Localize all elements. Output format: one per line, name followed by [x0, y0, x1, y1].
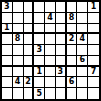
cell-r9c8[interactable] [77, 88, 88, 99]
cell-r3c7[interactable] [67, 24, 78, 35]
cell-r5c7[interactable] [67, 45, 78, 56]
cell-r8c6[interactable] [56, 77, 67, 88]
cell-r8c7[interactable]: 6 [67, 77, 78, 88]
cell-r9c6[interactable] [56, 88, 67, 99]
cell-r2c8[interactable] [77, 13, 88, 24]
cell-r1c7[interactable] [67, 2, 78, 13]
cell-r3c9[interactable] [88, 24, 99, 35]
cell-r4c1[interactable] [2, 34, 13, 45]
cell-r5c8[interactable] [77, 45, 88, 56]
cell-r5c6[interactable] [56, 45, 67, 56]
cell-r5c1[interactable] [2, 45, 13, 56]
cell-r9c3[interactable] [24, 88, 35, 99]
cell-r1c9[interactable]: 1 [88, 2, 99, 13]
cell-r8c5[interactable] [45, 77, 56, 88]
cell-r1c2[interactable] [13, 2, 24, 13]
cell-r6c4[interactable] [34, 56, 45, 67]
cell-r5c4[interactable]: 3 [34, 45, 45, 56]
cell-r2c9[interactable] [88, 13, 99, 24]
cell-r4c7[interactable]: 2 [67, 34, 78, 45]
cell-r7c1[interactable] [2, 67, 13, 78]
cell-r8c2[interactable]: 4 [13, 77, 24, 88]
cell-r6c2[interactable] [13, 56, 24, 67]
cell-r6c3[interactable] [24, 56, 35, 67]
cell-r2c1[interactable] [2, 13, 13, 24]
cell-r8c3[interactable]: 2 [24, 77, 35, 88]
cell-r8c8[interactable] [77, 77, 88, 88]
cell-r7c7[interactable] [67, 67, 78, 78]
cell-r4c4[interactable] [34, 34, 45, 45]
cell-r4c5[interactable] [45, 34, 56, 45]
cell-r6c9[interactable] [88, 56, 99, 67]
cell-r4c2[interactable]: 8 [13, 34, 24, 45]
cell-r5c5[interactable] [45, 45, 56, 56]
cell-r6c6[interactable] [56, 56, 67, 67]
cell-r4c8[interactable]: 4 [77, 34, 88, 45]
cell-r2c7[interactable]: 8 [67, 13, 78, 24]
cell-r6c5[interactable] [45, 56, 56, 67]
cell-r3c2[interactable] [13, 24, 24, 35]
cell-r2c3[interactable] [24, 13, 35, 24]
cell-r2c6[interactable] [56, 13, 67, 24]
cell-r7c5[interactable] [45, 67, 56, 78]
cell-r8c1[interactable] [2, 77, 13, 88]
cell-r5c3[interactable] [24, 45, 35, 56]
cell-r2c4[interactable] [34, 13, 45, 24]
cell-r9c2[interactable] [13, 88, 24, 99]
cell-r8c4[interactable] [34, 77, 45, 88]
cell-r1c1[interactable]: 3 [2, 2, 13, 13]
cell-r3c3[interactable] [24, 24, 35, 35]
cell-r7c9[interactable]: 7 [88, 67, 99, 78]
cell-r6c7[interactable] [67, 56, 78, 67]
cell-r9c9[interactable] [88, 88, 99, 99]
cell-r3c4[interactable] [34, 24, 45, 35]
cell-r6c8[interactable]: 6 [77, 56, 88, 67]
cell-r2c5[interactable]: 4 [45, 13, 56, 24]
cell-r4c9[interactable] [88, 34, 99, 45]
cell-r8c9[interactable] [88, 77, 99, 88]
cell-r4c3[interactable] [24, 34, 35, 45]
cell-r9c5[interactable] [45, 88, 56, 99]
cell-r1c8[interactable] [77, 2, 88, 13]
cell-r3c1[interactable]: 1 [2, 24, 13, 35]
sudoku-board: 31481824361374265 [0, 0, 101, 101]
cell-r7c3[interactable] [24, 67, 35, 78]
cell-r7c6[interactable]: 3 [56, 67, 67, 78]
cell-r1c4[interactable] [34, 2, 45, 13]
cell-r3c6[interactable] [56, 24, 67, 35]
cell-r3c8[interactable] [77, 24, 88, 35]
cell-r7c4[interactable]: 1 [34, 67, 45, 78]
cell-r5c2[interactable] [13, 45, 24, 56]
cell-r4c6[interactable] [56, 34, 67, 45]
cell-r9c1[interactable] [2, 88, 13, 99]
cell-r1c6[interactable] [56, 2, 67, 13]
cell-r1c5[interactable] [45, 2, 56, 13]
cell-r7c8[interactable] [77, 67, 88, 78]
cell-r9c4[interactable]: 5 [34, 88, 45, 99]
cell-r7c2[interactable] [13, 67, 24, 78]
cell-r6c1[interactable] [2, 56, 13, 67]
cell-r2c2[interactable] [13, 13, 24, 24]
cell-r3c5[interactable] [45, 24, 56, 35]
cell-r5c9[interactable] [88, 45, 99, 56]
cell-r9c7[interactable] [67, 88, 78, 99]
cell-r1c3[interactable] [24, 2, 35, 13]
